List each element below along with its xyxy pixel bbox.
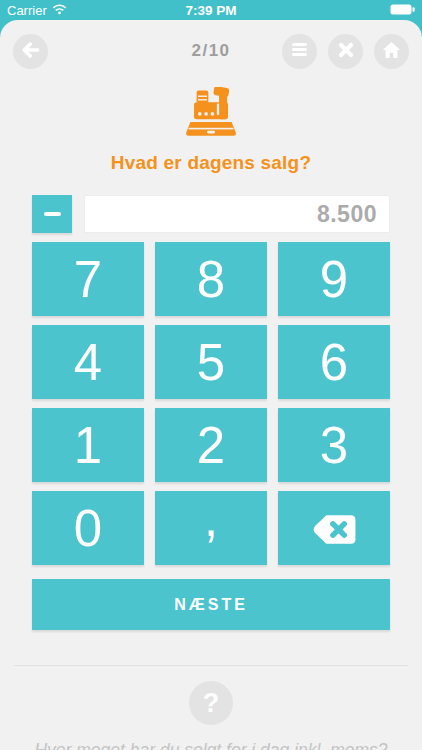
amount-input[interactable]: 8.500 [84,195,390,233]
key-5[interactable]: 5 [155,325,267,399]
key-comma[interactable]: , [155,491,267,565]
key-3[interactable]: 3 [278,408,390,482]
status-bar: Carrier 7:39 PM [0,0,422,21]
close-button[interactable] [328,34,363,69]
hamburger-icon [291,42,308,60]
cash-register-icon [184,87,238,143]
help-question-icon: ? [189,681,233,725]
key-7[interactable]: 7 [32,242,144,316]
home-icon [382,41,401,62]
key-9[interactable]: 9 [278,242,390,316]
menu-button[interactable] [282,34,317,69]
app-screen: Carrier 7:39 PM [0,0,422,750]
amount-input-row: 8.500 [32,195,390,233]
hint-text: Hvor meget har du solgt for i dag inkl. … [0,740,422,750]
key-4[interactable]: 4 [32,325,144,399]
backspace-icon [311,503,358,554]
divider [14,665,408,666]
back-button[interactable] [13,34,48,69]
close-icon [338,42,354,61]
clock: 7:39 PM [0,3,422,18]
home-button[interactable] [374,34,409,69]
key-6[interactable]: 6 [278,325,390,399]
question-card: 2/10 [0,20,422,750]
nav-right-buttons [282,34,409,69]
keypad: 7 8 9 4 5 6 1 2 3 0 , [32,242,390,565]
minus-button[interactable] [32,195,72,233]
key-1[interactable]: 1 [32,408,144,482]
battery-icon [390,3,415,18]
arrow-left-icon [21,40,41,63]
next-button[interactable]: NÆSTE [32,579,390,630]
nav-bar: 2/10 [0,20,422,82]
minus-icon [44,212,61,216]
question-text: Hvad er dagens salg? [0,152,422,174]
key-backspace[interactable] [278,491,390,565]
key-2[interactable]: 2 [155,408,267,482]
key-8[interactable]: 8 [155,242,267,316]
key-0[interactable]: 0 [32,491,144,565]
